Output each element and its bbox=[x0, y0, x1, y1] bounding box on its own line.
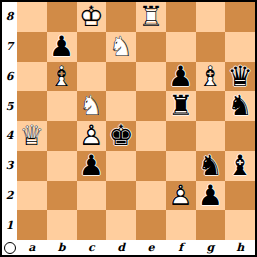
piece-bR-f5[interactable]: ♜ bbox=[166, 91, 196, 121]
square-h2[interactable] bbox=[225, 181, 255, 211]
square-c5[interactable]: ♞♘ bbox=[77, 91, 107, 121]
piece-outline: ♗ bbox=[47, 62, 77, 92]
square-h1[interactable] bbox=[225, 210, 255, 240]
piece-outline: ♙ bbox=[166, 181, 196, 211]
square-f6[interactable]: ♟ bbox=[166, 62, 196, 92]
file-label-e: e bbox=[136, 240, 166, 255]
rank-label-8: 8 bbox=[2, 2, 17, 32]
square-e2[interactable] bbox=[136, 181, 166, 211]
square-g8[interactable] bbox=[196, 2, 226, 32]
square-c8[interactable]: ♚♔ bbox=[77, 2, 107, 32]
corner-cell bbox=[2, 240, 17, 255]
rank-label-7: 7 bbox=[2, 32, 17, 62]
piece-outline: ♔ bbox=[77, 2, 107, 32]
rank-label-4: 4 bbox=[2, 121, 17, 151]
square-f1[interactable] bbox=[166, 210, 196, 240]
square-f8[interactable] bbox=[166, 2, 196, 32]
piece-outline: ♕ bbox=[17, 121, 47, 151]
square-f5[interactable]: ♜ bbox=[166, 91, 196, 121]
square-a5[interactable] bbox=[17, 91, 47, 121]
square-a2[interactable] bbox=[17, 181, 47, 211]
file-label-b: b bbox=[47, 240, 77, 255]
square-b2[interactable] bbox=[47, 181, 77, 211]
board: ♚♔♜♖♟♞♘♝♗♟♝♗♛♞♘♜♞♛♕♟♙♚♟♞♝♟♙♟ bbox=[17, 2, 255, 240]
square-c3[interactable]: ♟ bbox=[77, 151, 107, 181]
square-b1[interactable] bbox=[47, 210, 77, 240]
piece-wB-b6[interactable]: ♝♗ bbox=[47, 62, 77, 92]
square-g5[interactable] bbox=[196, 91, 226, 121]
rank-label-6: 6 bbox=[2, 62, 17, 92]
piece-outline: ♘ bbox=[77, 91, 107, 121]
square-f2[interactable]: ♟♙ bbox=[166, 181, 196, 211]
square-d3[interactable] bbox=[106, 151, 136, 181]
file-labels: abcdefgh bbox=[17, 240, 255, 255]
square-f4[interactable] bbox=[166, 121, 196, 151]
square-b8[interactable] bbox=[47, 2, 77, 32]
square-e1[interactable] bbox=[136, 210, 166, 240]
square-a7[interactable] bbox=[17, 32, 47, 62]
piece-wN-c5[interactable]: ♞♘ bbox=[77, 91, 107, 121]
square-b5[interactable] bbox=[47, 91, 77, 121]
piece-outline: ♘ bbox=[106, 32, 136, 62]
piece-bN-g3[interactable]: ♞ bbox=[196, 151, 226, 181]
piece-wQ-a4[interactable]: ♛♕ bbox=[17, 121, 47, 151]
square-h6[interactable]: ♛ bbox=[225, 62, 255, 92]
piece-bP-f6[interactable]: ♟ bbox=[166, 62, 196, 92]
square-c4[interactable]: ♟♙ bbox=[77, 121, 107, 151]
square-e6[interactable] bbox=[136, 62, 166, 92]
piece-bN-h5[interactable]: ♞ bbox=[225, 91, 255, 121]
rank-labels: 87654321 bbox=[2, 2, 17, 240]
file-label-g: g bbox=[196, 240, 226, 255]
piece-bK-d4[interactable]: ♚ bbox=[106, 121, 136, 151]
square-e8[interactable]: ♜♖ bbox=[136, 2, 166, 32]
square-d8[interactable] bbox=[106, 2, 136, 32]
square-b4[interactable] bbox=[47, 121, 77, 151]
square-h7[interactable] bbox=[225, 32, 255, 62]
piece-bP-g2[interactable]: ♟ bbox=[196, 181, 226, 211]
square-a4[interactable]: ♛♕ bbox=[17, 121, 47, 151]
square-c6[interactable] bbox=[77, 62, 107, 92]
piece-wN-d7[interactable]: ♞♘ bbox=[106, 32, 136, 62]
square-h5[interactable]: ♞ bbox=[225, 91, 255, 121]
square-g2[interactable]: ♟ bbox=[196, 181, 226, 211]
square-b6[interactable]: ♝♗ bbox=[47, 62, 77, 92]
square-a3[interactable] bbox=[17, 151, 47, 181]
piece-bP-b7[interactable]: ♟ bbox=[47, 32, 77, 62]
rank-label-2: 2 bbox=[2, 181, 17, 211]
piece-bB-h3[interactable]: ♝ bbox=[225, 151, 255, 181]
square-h3[interactable]: ♝ bbox=[225, 151, 255, 181]
square-f7[interactable] bbox=[166, 32, 196, 62]
square-g7[interactable] bbox=[196, 32, 226, 62]
piece-outline: ♖ bbox=[136, 2, 166, 32]
file-label-c: c bbox=[77, 240, 107, 255]
square-c2[interactable] bbox=[77, 181, 107, 211]
piece-wP-c4[interactable]: ♟♙ bbox=[77, 121, 107, 151]
square-d5[interactable] bbox=[106, 91, 136, 121]
piece-wP-f2[interactable]: ♟♙ bbox=[166, 181, 196, 211]
file-label-h: h bbox=[225, 240, 255, 255]
square-a1[interactable] bbox=[17, 210, 47, 240]
piece-wR-e8[interactable]: ♜♖ bbox=[136, 2, 166, 32]
square-e5[interactable] bbox=[136, 91, 166, 121]
square-d2[interactable] bbox=[106, 181, 136, 211]
piece-outline: ♙ bbox=[77, 121, 107, 151]
square-h4[interactable] bbox=[225, 121, 255, 151]
square-e7[interactable] bbox=[136, 32, 166, 62]
file-label-f: f bbox=[166, 240, 196, 255]
piece-outline: ♗ bbox=[196, 62, 226, 92]
piece-wB-g6[interactable]: ♝♗ bbox=[196, 62, 226, 92]
rank-label-3: 3 bbox=[2, 151, 17, 181]
square-d6[interactable] bbox=[106, 62, 136, 92]
square-c1[interactable] bbox=[77, 210, 107, 240]
piece-bQ-h6[interactable]: ♛ bbox=[225, 62, 255, 92]
square-b7[interactable]: ♟ bbox=[47, 32, 77, 62]
square-g4[interactable] bbox=[196, 121, 226, 151]
square-a8[interactable] bbox=[17, 2, 47, 32]
square-b3[interactable] bbox=[47, 151, 77, 181]
square-g1[interactable] bbox=[196, 210, 226, 240]
square-a6[interactable] bbox=[17, 62, 47, 92]
square-g3[interactable]: ♞ bbox=[196, 151, 226, 181]
square-d4[interactable]: ♚ bbox=[106, 121, 136, 151]
square-g6[interactable]: ♝♗ bbox=[196, 62, 226, 92]
rank-label-1: 1 bbox=[2, 210, 17, 240]
square-e4[interactable] bbox=[136, 121, 166, 151]
file-label-a: a bbox=[17, 240, 47, 255]
white-to-move-indicator bbox=[4, 242, 16, 254]
square-f3[interactable] bbox=[166, 151, 196, 181]
square-d7[interactable]: ♞♘ bbox=[106, 32, 136, 62]
square-e3[interactable] bbox=[136, 151, 166, 181]
rank-label-5: 5 bbox=[2, 91, 17, 121]
chess-diagram: 87654321 ♚♔♜♖♟♞♘♝♗♟♝♗♛♞♘♜♞♛♕♟♙♚♟♞♝♟♙♟ ab… bbox=[0, 0, 257, 257]
piece-bP-c3[interactable]: ♟ bbox=[77, 151, 107, 181]
file-label-d: d bbox=[106, 240, 136, 255]
square-d1[interactable] bbox=[106, 210, 136, 240]
square-h8[interactable] bbox=[225, 2, 255, 32]
square-c7[interactable] bbox=[77, 32, 107, 62]
piece-wK-c8[interactable]: ♚♔ bbox=[77, 2, 107, 32]
